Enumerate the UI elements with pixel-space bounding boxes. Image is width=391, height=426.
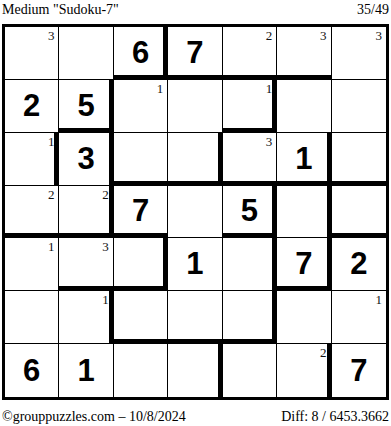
cell-r7c3[interactable] [114, 344, 168, 397]
cell-r5c4[interactable]: 1 [168, 238, 222, 291]
cell-r2c4[interactable] [168, 80, 222, 133]
cell-r7c1[interactable]: 6 [5, 344, 59, 397]
cell-r4c3[interactable]: 7 [114, 186, 168, 239]
corner-clue: 1 [48, 134, 55, 150]
cell-r1c7[interactable]: 3 [332, 27, 386, 80]
cell-r7c7[interactable]: 7 [332, 344, 386, 397]
corner-clue: 1 [102, 292, 109, 308]
given-digit: 7 [114, 186, 167, 238]
corner-clue: 1 [48, 239, 55, 255]
cell-r4c6[interactable] [277, 186, 331, 239]
given-digit: 6 [5, 344, 58, 397]
cell-r1c3[interactable]: 6 [114, 27, 168, 80]
cell-r7c4[interactable] [168, 344, 222, 397]
given-digit: 7 [277, 238, 330, 290]
given-digit: 1 [168, 238, 221, 290]
given-digit: 3 [59, 133, 112, 185]
corner-clue: 2 [320, 345, 327, 361]
sudoku-board: 36723325111331227513172116127 [2, 24, 389, 400]
cell-r1c5[interactable]: 2 [223, 27, 277, 80]
cell-r6c7[interactable]: 1 [332, 291, 386, 344]
corner-clue: 3 [320, 28, 327, 44]
corner-clue: 3 [266, 134, 273, 150]
cell-r6c4[interactable] [168, 291, 222, 344]
cell-r6c1[interactable] [5, 291, 59, 344]
cell-r4c4[interactable] [168, 186, 222, 239]
cell-r2c6[interactable] [277, 80, 331, 133]
footer: ©grouppuzzles.com – 10/8/2024 Diff: 8 / … [2, 406, 389, 424]
cell-r2c5[interactable]: 1 [223, 80, 277, 133]
corner-clue: 2 [266, 28, 273, 44]
corner-clue: 2 [48, 187, 55, 203]
cell-r4c5[interactable]: 5 [223, 186, 277, 239]
corner-clue: 3 [102, 239, 109, 255]
corner-clue: 3 [48, 28, 55, 44]
puzzle-title: Medium "Sudoku-7" [2, 2, 119, 17]
cell-r4c7[interactable] [332, 186, 386, 239]
cell-r2c1[interactable]: 2 [5, 80, 59, 133]
corner-clue: 1 [375, 292, 382, 308]
corner-clue: 1 [157, 81, 164, 97]
cell-r6c2[interactable]: 1 [59, 291, 113, 344]
cell-r7c5[interactable] [223, 344, 277, 397]
copyright-date: ©grouppuzzles.com – 10/8/2024 [2, 409, 186, 424]
puzzle-counter: 35/49 [357, 2, 389, 17]
puzzle-page: Medium "Sudoku-7" 35/49 3672332511133122… [0, 0, 391, 426]
cell-r3c1[interactable]: 1 [5, 133, 59, 186]
cell-r5c2[interactable]: 3 [59, 238, 113, 291]
corner-clue: 2 [102, 187, 109, 203]
given-digit: 5 [223, 186, 276, 238]
cell-r5c1[interactable]: 1 [5, 238, 59, 291]
given-digit: 5 [59, 80, 112, 132]
cell-r5c7[interactable]: 2 [332, 238, 386, 291]
cell-r7c2[interactable]: 1 [59, 344, 113, 397]
given-digit: 1 [277, 133, 330, 185]
cell-r5c3[interactable] [114, 238, 168, 291]
cell-r6c5[interactable] [223, 291, 277, 344]
cell-r4c1[interactable]: 2 [5, 186, 59, 239]
given-digit: 2 [332, 238, 386, 290]
given-digit: 2 [5, 80, 58, 132]
given-digit: 1 [59, 344, 112, 397]
given-digit: 7 [168, 27, 221, 79]
given-digit: 6 [114, 27, 167, 79]
cell-r6c6[interactable] [277, 291, 331, 344]
cell-r3c5[interactable]: 3 [223, 133, 277, 186]
cell-r2c2[interactable]: 5 [59, 80, 113, 133]
cell-r2c3[interactable]: 1 [114, 80, 168, 133]
cell-r3c2[interactable]: 3 [59, 133, 113, 186]
difficulty: Diff: 8 / 6453.3662 [281, 409, 389, 424]
corner-clue: 1 [266, 81, 273, 97]
cell-r5c5[interactable] [223, 238, 277, 291]
cell-r3c4[interactable] [168, 133, 222, 186]
given-digit: 7 [332, 344, 386, 397]
cell-r4c2[interactable]: 2 [59, 186, 113, 239]
cell-r1c2[interactable] [59, 27, 113, 80]
cell-r1c1[interactable]: 3 [5, 27, 59, 80]
cell-r3c7[interactable] [332, 133, 386, 186]
cell-r1c6[interactable]: 3 [277, 27, 331, 80]
cell-r5c6[interactable]: 7 [277, 238, 331, 291]
corner-clue: 3 [375, 28, 382, 44]
cell-r7c6[interactable]: 2 [277, 344, 331, 397]
header: Medium "Sudoku-7" 35/49 [2, 2, 389, 20]
cell-r3c3[interactable] [114, 133, 168, 186]
cell-r6c3[interactable] [114, 291, 168, 344]
cell-r2c7[interactable] [332, 80, 386, 133]
cell-r3c6[interactable]: 1 [277, 133, 331, 186]
cell-r1c4[interactable]: 7 [168, 27, 222, 80]
